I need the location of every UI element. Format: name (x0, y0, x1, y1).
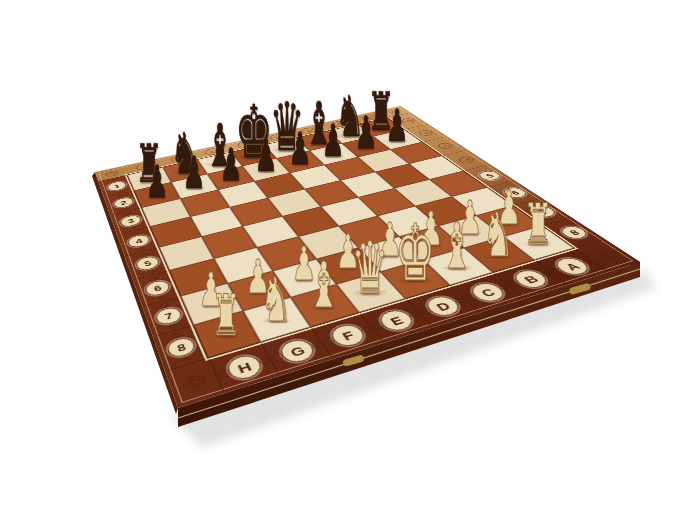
chess-set-photo: H1G2F3E4D55C66B77A88 ♜♞♝♛♚♝♞♜♟♟♟♟♟♟♟♟♟♟♟… (0, 0, 700, 512)
